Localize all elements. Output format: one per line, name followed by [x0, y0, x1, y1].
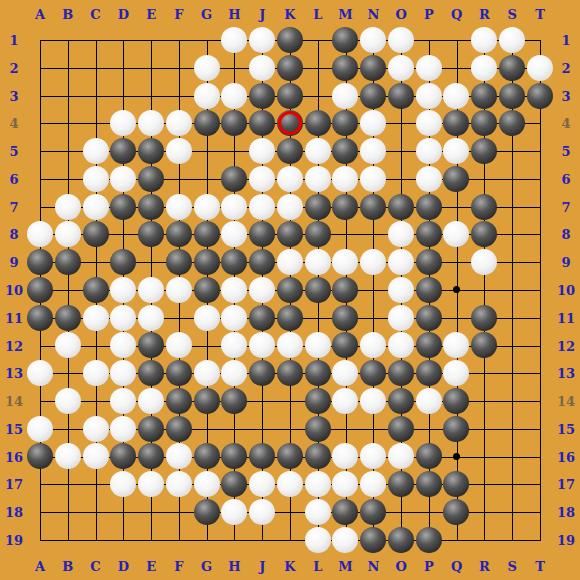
- intersection-R3[interactable]: [470, 82, 498, 110]
- intersection-J8[interactable]: [248, 220, 276, 248]
- intersection-B15[interactable]: [54, 415, 82, 443]
- intersection-P11[interactable]: [415, 304, 443, 332]
- intersection-N9[interactable]: [359, 248, 387, 276]
- intersection-F1[interactable]: [165, 26, 193, 54]
- intersection-F16[interactable]: [165, 443, 193, 471]
- intersection-J13[interactable]: [248, 359, 276, 387]
- intersection-R13[interactable]: [470, 359, 498, 387]
- intersection-C1[interactable]: [82, 26, 110, 54]
- intersection-A3[interactable]: [26, 82, 54, 110]
- intersection-H10[interactable]: [220, 276, 248, 304]
- intersection-P4[interactable]: [415, 109, 443, 137]
- intersection-G17[interactable]: [193, 470, 221, 498]
- intersection-T8[interactable]: [526, 220, 554, 248]
- intersection-J6[interactable]: [248, 165, 276, 193]
- intersection-C4[interactable]: [82, 109, 110, 137]
- intersection-Q11[interactable]: [443, 304, 471, 332]
- intersection-A12[interactable]: [26, 332, 54, 360]
- intersection-L8[interactable]: [304, 220, 332, 248]
- intersection-J19[interactable]: [248, 526, 276, 554]
- intersection-K3[interactable]: [276, 82, 304, 110]
- intersection-J7[interactable]: [248, 193, 276, 221]
- intersection-G11[interactable]: [193, 304, 221, 332]
- intersection-G3[interactable]: [193, 82, 221, 110]
- intersection-C15[interactable]: [82, 415, 110, 443]
- intersection-Q14[interactable]: [443, 387, 471, 415]
- intersection-H16[interactable]: [220, 443, 248, 471]
- intersection-N13[interactable]: [359, 359, 387, 387]
- intersection-K2[interactable]: [276, 54, 304, 82]
- intersection-S10[interactable]: [498, 276, 526, 304]
- intersection-T1[interactable]: [526, 26, 554, 54]
- intersection-D8[interactable]: [109, 220, 137, 248]
- intersection-E14[interactable]: [137, 387, 165, 415]
- intersection-E3[interactable]: [137, 82, 165, 110]
- intersection-R2[interactable]: [470, 54, 498, 82]
- intersection-B3[interactable]: [54, 82, 82, 110]
- intersection-J2[interactable]: [248, 54, 276, 82]
- intersection-D15[interactable]: [109, 415, 137, 443]
- intersection-A6[interactable]: [26, 165, 54, 193]
- intersection-D13[interactable]: [109, 359, 137, 387]
- intersection-S17[interactable]: [498, 470, 526, 498]
- intersection-N14[interactable]: [359, 387, 387, 415]
- intersection-Q12[interactable]: [443, 332, 471, 360]
- intersection-H19[interactable]: [220, 526, 248, 554]
- intersection-G1[interactable]: [193, 26, 221, 54]
- intersection-B13[interactable]: [54, 359, 82, 387]
- intersection-T14[interactable]: [526, 387, 554, 415]
- intersection-T2[interactable]: [526, 54, 554, 82]
- intersection-E6[interactable]: [137, 165, 165, 193]
- intersection-E4[interactable]: [137, 109, 165, 137]
- intersection-G9[interactable]: [193, 248, 221, 276]
- intersection-S16[interactable]: [498, 443, 526, 471]
- intersection-H12[interactable]: [220, 332, 248, 360]
- intersection-N4[interactable]: [359, 109, 387, 137]
- intersection-R18[interactable]: [470, 498, 498, 526]
- intersection-L4[interactable]: [304, 109, 332, 137]
- intersection-D11[interactable]: [109, 304, 137, 332]
- intersection-Q6[interactable]: [443, 165, 471, 193]
- intersection-O16[interactable]: [387, 443, 415, 471]
- intersection-J15[interactable]: [248, 415, 276, 443]
- intersection-Q8[interactable]: [443, 220, 471, 248]
- intersection-P14[interactable]: [415, 387, 443, 415]
- intersection-E10[interactable]: [137, 276, 165, 304]
- intersection-N8[interactable]: [359, 220, 387, 248]
- intersection-S6[interactable]: [498, 165, 526, 193]
- intersection-J14[interactable]: [248, 387, 276, 415]
- intersection-B19[interactable]: [54, 526, 82, 554]
- intersection-B2[interactable]: [54, 54, 82, 82]
- intersection-A5[interactable]: [26, 137, 54, 165]
- intersection-K18[interactable]: [276, 498, 304, 526]
- intersection-K16[interactable]: [276, 443, 304, 471]
- intersection-H14[interactable]: [220, 387, 248, 415]
- intersection-K12[interactable]: [276, 332, 304, 360]
- intersection-R15[interactable]: [470, 415, 498, 443]
- intersection-N5[interactable]: [359, 137, 387, 165]
- intersection-P13[interactable]: [415, 359, 443, 387]
- intersection-L9[interactable]: [304, 248, 332, 276]
- intersection-C7[interactable]: [82, 193, 110, 221]
- intersection-B14[interactable]: [54, 387, 82, 415]
- intersection-N19[interactable]: [359, 526, 387, 554]
- intersection-S15[interactable]: [498, 415, 526, 443]
- intersection-R7[interactable]: [470, 193, 498, 221]
- intersection-M18[interactable]: [332, 498, 360, 526]
- intersection-D6[interactable]: [109, 165, 137, 193]
- intersection-A19[interactable]: [26, 526, 54, 554]
- intersection-N2[interactable]: [359, 54, 387, 82]
- intersection-S18[interactable]: [498, 498, 526, 526]
- intersection-D9[interactable]: [109, 248, 137, 276]
- intersection-J18[interactable]: [248, 498, 276, 526]
- intersection-F14[interactable]: [165, 387, 193, 415]
- intersection-G15[interactable]: [193, 415, 221, 443]
- intersection-M5[interactable]: [332, 137, 360, 165]
- intersection-M15[interactable]: [332, 415, 360, 443]
- intersection-J10[interactable]: [248, 276, 276, 304]
- intersection-F5[interactable]: [165, 137, 193, 165]
- intersection-M2[interactable]: [332, 54, 360, 82]
- intersection-R10[interactable]: [470, 276, 498, 304]
- intersection-F9[interactable]: [165, 248, 193, 276]
- intersection-F4[interactable]: [165, 109, 193, 137]
- intersection-M14[interactable]: [332, 387, 360, 415]
- intersection-G18[interactable]: [193, 498, 221, 526]
- intersection-O7[interactable]: [387, 193, 415, 221]
- intersection-M3[interactable]: [332, 82, 360, 110]
- intersection-D5[interactable]: [109, 137, 137, 165]
- intersection-J11[interactable]: [248, 304, 276, 332]
- intersection-T16[interactable]: [526, 443, 554, 471]
- intersection-J5[interactable]: [248, 137, 276, 165]
- intersection-A13[interactable]: [26, 359, 54, 387]
- intersection-Q16[interactable]: [443, 443, 471, 471]
- intersection-J12[interactable]: [248, 332, 276, 360]
- intersection-F8[interactable]: [165, 220, 193, 248]
- intersection-C8[interactable]: [82, 220, 110, 248]
- intersection-R5[interactable]: [470, 137, 498, 165]
- intersection-B8[interactable]: [54, 220, 82, 248]
- intersection-A2[interactable]: [26, 54, 54, 82]
- intersection-F2[interactable]: [165, 54, 193, 82]
- intersection-K9[interactable]: [276, 248, 304, 276]
- intersection-H8[interactable]: [220, 220, 248, 248]
- intersection-L7[interactable]: [304, 193, 332, 221]
- intersection-E13[interactable]: [137, 359, 165, 387]
- intersection-T5[interactable]: [526, 137, 554, 165]
- intersection-O19[interactable]: [387, 526, 415, 554]
- intersection-O6[interactable]: [387, 165, 415, 193]
- intersection-P5[interactable]: [415, 137, 443, 165]
- intersection-T9[interactable]: [526, 248, 554, 276]
- intersection-R17[interactable]: [470, 470, 498, 498]
- intersection-F17[interactable]: [165, 470, 193, 498]
- intersection-F7[interactable]: [165, 193, 193, 221]
- intersection-E5[interactable]: [137, 137, 165, 165]
- intersection-G12[interactable]: [193, 332, 221, 360]
- intersection-Q15[interactable]: [443, 415, 471, 443]
- intersection-Q9[interactable]: [443, 248, 471, 276]
- intersection-G7[interactable]: [193, 193, 221, 221]
- intersection-F10[interactable]: [165, 276, 193, 304]
- intersection-P16[interactable]: [415, 443, 443, 471]
- intersection-A15[interactable]: [26, 415, 54, 443]
- intersection-D17[interactable]: [109, 470, 137, 498]
- intersection-B6[interactable]: [54, 165, 82, 193]
- intersection-O5[interactable]: [387, 137, 415, 165]
- intersection-C12[interactable]: [82, 332, 110, 360]
- intersection-T4[interactable]: [526, 109, 554, 137]
- intersection-R1[interactable]: [470, 26, 498, 54]
- intersection-K11[interactable]: [276, 304, 304, 332]
- intersection-T12[interactable]: [526, 332, 554, 360]
- intersection-K4[interactable]: [276, 109, 304, 137]
- intersection-F6[interactable]: [165, 165, 193, 193]
- intersection-F13[interactable]: [165, 359, 193, 387]
- intersection-T17[interactable]: [526, 470, 554, 498]
- intersection-M4[interactable]: [332, 109, 360, 137]
- intersection-L12[interactable]: [304, 332, 332, 360]
- intersection-E18[interactable]: [137, 498, 165, 526]
- intersection-L2[interactable]: [304, 54, 332, 82]
- intersection-B7[interactable]: [54, 193, 82, 221]
- intersection-K15[interactable]: [276, 415, 304, 443]
- intersection-J16[interactable]: [248, 443, 276, 471]
- intersection-K1[interactable]: [276, 26, 304, 54]
- intersection-D1[interactable]: [109, 26, 137, 54]
- intersection-E8[interactable]: [137, 220, 165, 248]
- intersection-O12[interactable]: [387, 332, 415, 360]
- intersection-G4[interactable]: [193, 109, 221, 137]
- intersection-M1[interactable]: [332, 26, 360, 54]
- intersection-O13[interactable]: [387, 359, 415, 387]
- intersection-G5[interactable]: [193, 137, 221, 165]
- intersection-P9[interactable]: [415, 248, 443, 276]
- intersection-L6[interactable]: [304, 165, 332, 193]
- intersection-B11[interactable]: [54, 304, 82, 332]
- intersection-P7[interactable]: [415, 193, 443, 221]
- intersection-L10[interactable]: [304, 276, 332, 304]
- intersection-E1[interactable]: [137, 26, 165, 54]
- intersection-H9[interactable]: [220, 248, 248, 276]
- intersection-C3[interactable]: [82, 82, 110, 110]
- intersection-L3[interactable]: [304, 82, 332, 110]
- intersection-A14[interactable]: [26, 387, 54, 415]
- intersection-A11[interactable]: [26, 304, 54, 332]
- intersection-K6[interactable]: [276, 165, 304, 193]
- intersection-Q10[interactable]: [443, 276, 471, 304]
- intersection-F3[interactable]: [165, 82, 193, 110]
- intersection-D7[interactable]: [109, 193, 137, 221]
- intersection-E15[interactable]: [137, 415, 165, 443]
- intersection-A18[interactable]: [26, 498, 54, 526]
- intersection-R8[interactable]: [470, 220, 498, 248]
- intersection-R4[interactable]: [470, 109, 498, 137]
- intersection-T18[interactable]: [526, 498, 554, 526]
- intersection-H5[interactable]: [220, 137, 248, 165]
- intersection-E7[interactable]: [137, 193, 165, 221]
- intersection-T13[interactable]: [526, 359, 554, 387]
- intersection-G10[interactable]: [193, 276, 221, 304]
- intersection-D12[interactable]: [109, 332, 137, 360]
- intersection-F12[interactable]: [165, 332, 193, 360]
- intersection-F15[interactable]: [165, 415, 193, 443]
- intersection-T6[interactable]: [526, 165, 554, 193]
- intersection-O10[interactable]: [387, 276, 415, 304]
- intersection-R12[interactable]: [470, 332, 498, 360]
- intersection-B1[interactable]: [54, 26, 82, 54]
- intersection-C18[interactable]: [82, 498, 110, 526]
- intersection-S3[interactable]: [498, 82, 526, 110]
- intersection-E12[interactable]: [137, 332, 165, 360]
- intersection-K10[interactable]: [276, 276, 304, 304]
- intersection-H6[interactable]: [220, 165, 248, 193]
- intersection-A16[interactable]: [26, 443, 54, 471]
- intersection-O11[interactable]: [387, 304, 415, 332]
- intersection-N11[interactable]: [359, 304, 387, 332]
- intersection-L16[interactable]: [304, 443, 332, 471]
- intersection-R6[interactable]: [470, 165, 498, 193]
- intersection-M6[interactable]: [332, 165, 360, 193]
- intersection-G16[interactable]: [193, 443, 221, 471]
- intersection-Q18[interactable]: [443, 498, 471, 526]
- intersection-N7[interactable]: [359, 193, 387, 221]
- intersection-P1[interactable]: [415, 26, 443, 54]
- intersection-K13[interactable]: [276, 359, 304, 387]
- intersection-N16[interactable]: [359, 443, 387, 471]
- intersection-S2[interactable]: [498, 54, 526, 82]
- intersection-S1[interactable]: [498, 26, 526, 54]
- intersection-C17[interactable]: [82, 470, 110, 498]
- intersection-N3[interactable]: [359, 82, 387, 110]
- intersection-A8[interactable]: [26, 220, 54, 248]
- intersection-R11[interactable]: [470, 304, 498, 332]
- intersection-E17[interactable]: [137, 470, 165, 498]
- intersection-P10[interactable]: [415, 276, 443, 304]
- intersection-G8[interactable]: [193, 220, 221, 248]
- intersection-T11[interactable]: [526, 304, 554, 332]
- intersection-A17[interactable]: [26, 470, 54, 498]
- intersection-Q2[interactable]: [443, 54, 471, 82]
- intersection-L5[interactable]: [304, 137, 332, 165]
- intersection-Q3[interactable]: [443, 82, 471, 110]
- intersection-B5[interactable]: [54, 137, 82, 165]
- intersection-S11[interactable]: [498, 304, 526, 332]
- intersection-C19[interactable]: [82, 526, 110, 554]
- intersection-B4[interactable]: [54, 109, 82, 137]
- intersection-D4[interactable]: [109, 109, 137, 137]
- intersection-C9[interactable]: [82, 248, 110, 276]
- intersection-O2[interactable]: [387, 54, 415, 82]
- intersection-B9[interactable]: [54, 248, 82, 276]
- intersection-B10[interactable]: [54, 276, 82, 304]
- intersection-T10[interactable]: [526, 276, 554, 304]
- intersection-T7[interactable]: [526, 193, 554, 221]
- intersection-S9[interactable]: [498, 248, 526, 276]
- intersection-H11[interactable]: [220, 304, 248, 332]
- intersection-O14[interactable]: [387, 387, 415, 415]
- intersection-P12[interactable]: [415, 332, 443, 360]
- intersection-Q19[interactable]: [443, 526, 471, 554]
- intersection-G2[interactable]: [193, 54, 221, 82]
- intersection-H13[interactable]: [220, 359, 248, 387]
- intersection-A10[interactable]: [26, 276, 54, 304]
- intersection-K19[interactable]: [276, 526, 304, 554]
- intersection-J3[interactable]: [248, 82, 276, 110]
- intersection-M9[interactable]: [332, 248, 360, 276]
- intersection-M8[interactable]: [332, 220, 360, 248]
- intersection-H2[interactable]: [220, 54, 248, 82]
- intersection-N12[interactable]: [359, 332, 387, 360]
- intersection-H18[interactable]: [220, 498, 248, 526]
- intersection-C11[interactable]: [82, 304, 110, 332]
- intersection-S8[interactable]: [498, 220, 526, 248]
- intersection-A4[interactable]: [26, 109, 54, 137]
- intersection-Q4[interactable]: [443, 109, 471, 137]
- intersection-M19[interactable]: [332, 526, 360, 554]
- intersection-D2[interactable]: [109, 54, 137, 82]
- intersection-S13[interactable]: [498, 359, 526, 387]
- intersection-J9[interactable]: [248, 248, 276, 276]
- intersection-S14[interactable]: [498, 387, 526, 415]
- intersection-N6[interactable]: [359, 165, 387, 193]
- intersection-G13[interactable]: [193, 359, 221, 387]
- intersection-E2[interactable]: [137, 54, 165, 82]
- intersection-H4[interactable]: [220, 109, 248, 137]
- intersection-O1[interactable]: [387, 26, 415, 54]
- intersection-H1[interactable]: [220, 26, 248, 54]
- intersection-Q17[interactable]: [443, 470, 471, 498]
- intersection-N17[interactable]: [359, 470, 387, 498]
- intersection-Q1[interactable]: [443, 26, 471, 54]
- intersection-O17[interactable]: [387, 470, 415, 498]
- intersection-B16[interactable]: [54, 443, 82, 471]
- intersection-F11[interactable]: [165, 304, 193, 332]
- intersection-L17[interactable]: [304, 470, 332, 498]
- intersection-C14[interactable]: [82, 387, 110, 415]
- intersection-O8[interactable]: [387, 220, 415, 248]
- intersection-R16[interactable]: [470, 443, 498, 471]
- intersection-L13[interactable]: [304, 359, 332, 387]
- intersection-S7[interactable]: [498, 193, 526, 221]
- intersection-T15[interactable]: [526, 415, 554, 443]
- intersection-E19[interactable]: [137, 526, 165, 554]
- intersection-H3[interactable]: [220, 82, 248, 110]
- intersection-O18[interactable]: [387, 498, 415, 526]
- intersection-O3[interactable]: [387, 82, 415, 110]
- intersection-P3[interactable]: [415, 82, 443, 110]
- intersection-N18[interactable]: [359, 498, 387, 526]
- intersection-R14[interactable]: [470, 387, 498, 415]
- intersection-D19[interactable]: [109, 526, 137, 554]
- intersection-N1[interactable]: [359, 26, 387, 54]
- intersection-M11[interactable]: [332, 304, 360, 332]
- intersection-L11[interactable]: [304, 304, 332, 332]
- intersection-D10[interactable]: [109, 276, 137, 304]
- intersection-L1[interactable]: [304, 26, 332, 54]
- intersection-T19[interactable]: [526, 526, 554, 554]
- intersection-S5[interactable]: [498, 137, 526, 165]
- intersection-P8[interactable]: [415, 220, 443, 248]
- intersection-D16[interactable]: [109, 443, 137, 471]
- intersection-O4[interactable]: [387, 109, 415, 137]
- intersection-M10[interactable]: [332, 276, 360, 304]
- intersection-D14[interactable]: [109, 387, 137, 415]
